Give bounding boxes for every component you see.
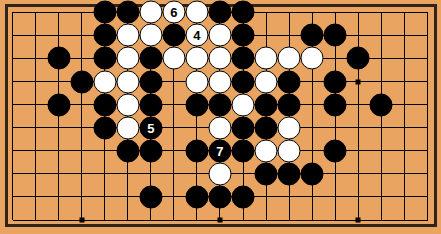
- black-stone: [116, 139, 139, 162]
- white-stone: [185, 47, 208, 70]
- numbered-stone: 4: [185, 24, 208, 47]
- black-stone: [278, 70, 301, 93]
- white-stone: [162, 47, 185, 70]
- grid-line: [35, 12, 36, 220]
- grid-line: [381, 12, 382, 220]
- white-stone: [208, 162, 231, 185]
- black-stone: [70, 70, 93, 93]
- white-stone: [208, 47, 231, 70]
- white-stone: [116, 116, 139, 139]
- white-stone: [278, 116, 301, 139]
- black-stone: [162, 24, 185, 47]
- white-stone: [255, 70, 278, 93]
- hoshi-point: [356, 79, 361, 84]
- grid-line: [427, 12, 428, 220]
- white-stone: [255, 139, 278, 162]
- black-stone: [185, 93, 208, 116]
- white-stone: [208, 116, 231, 139]
- numbered-stone: 7: [208, 139, 231, 162]
- black-stone: [232, 185, 255, 208]
- black-stone: [208, 1, 231, 24]
- go-board: 6457: [0, 0, 441, 234]
- white-stone: [208, 24, 231, 47]
- numbered-stone: 5: [139, 116, 162, 139]
- black-stone: [185, 185, 208, 208]
- hoshi-point: [356, 218, 361, 223]
- white-stone: [255, 47, 278, 70]
- white-stone: [93, 70, 116, 93]
- black-stone: [255, 116, 278, 139]
- black-stone: [139, 93, 162, 116]
- black-stone: [324, 93, 347, 116]
- white-stone: [116, 93, 139, 116]
- black-stone: [324, 139, 347, 162]
- numbered-stone: 6: [162, 1, 185, 24]
- black-stone: [278, 162, 301, 185]
- grid-line: [404, 12, 405, 220]
- black-stone: [232, 139, 255, 162]
- black-stone: [185, 139, 208, 162]
- black-stone: [93, 47, 116, 70]
- white-stone: [232, 93, 255, 116]
- black-stone: [116, 1, 139, 24]
- white-stone: [139, 24, 162, 47]
- black-stone: [139, 139, 162, 162]
- black-stone: [47, 47, 70, 70]
- black-stone: [370, 93, 393, 116]
- black-stone: [255, 93, 278, 116]
- black-stone: [139, 70, 162, 93]
- black-stone: [301, 24, 324, 47]
- white-stone: [116, 70, 139, 93]
- black-stone: [208, 185, 231, 208]
- hoshi-point: [79, 218, 84, 223]
- black-stone: [232, 47, 255, 70]
- white-stone: [139, 1, 162, 24]
- grid-line: [58, 12, 59, 220]
- black-stone: [347, 47, 370, 70]
- white-stone: [208, 70, 231, 93]
- black-stone: [47, 93, 70, 116]
- hoshi-point: [217, 218, 222, 223]
- black-stone: [301, 162, 324, 185]
- black-stone: [324, 70, 347, 93]
- white-stone: [278, 47, 301, 70]
- black-stone: [324, 24, 347, 47]
- black-stone: [255, 162, 278, 185]
- black-stone: [93, 116, 116, 139]
- black-stone: [139, 185, 162, 208]
- white-stone: [116, 24, 139, 47]
- grid-line: [358, 12, 359, 220]
- white-stone: [278, 139, 301, 162]
- black-stone: [232, 24, 255, 47]
- white-stone: [185, 70, 208, 93]
- white-stone: [116, 47, 139, 70]
- black-stone: [232, 116, 255, 139]
- grid-line: [81, 12, 82, 220]
- black-stone: [93, 1, 116, 24]
- white-stone: [301, 47, 324, 70]
- black-stone: [139, 47, 162, 70]
- black-stone: [208, 93, 231, 116]
- black-stone: [232, 1, 255, 24]
- grid-line: [12, 12, 13, 220]
- black-stone: [93, 24, 116, 47]
- black-stone: [93, 93, 116, 116]
- black-stone: [232, 70, 255, 93]
- white-stone: [185, 1, 208, 24]
- black-stone: [278, 93, 301, 116]
